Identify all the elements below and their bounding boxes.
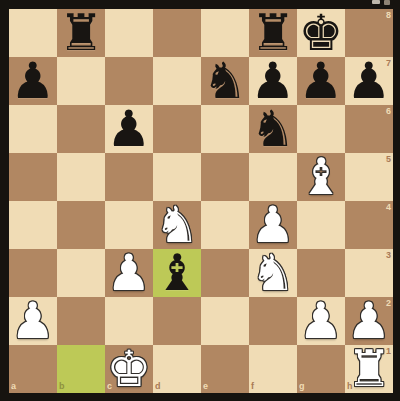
rank-label-8: 8	[386, 11, 391, 20]
square-f5[interactable]	[249, 153, 297, 201]
square-g1[interactable]: g	[297, 345, 345, 393]
square-d7[interactable]	[153, 57, 201, 105]
piece-black-knight[interactable]: ♞	[249, 105, 297, 153]
square-f3[interactable]: ♞	[249, 249, 297, 297]
square-h7[interactable]: ♟7	[345, 57, 393, 105]
square-a5[interactable]	[9, 153, 57, 201]
square-c2[interactable]	[105, 297, 153, 345]
square-h2[interactable]: ♟2	[345, 297, 393, 345]
square-g6[interactable]	[297, 105, 345, 153]
square-a6[interactable]	[9, 105, 57, 153]
square-b1[interactable]: b	[57, 345, 105, 393]
square-e8[interactable]	[201, 9, 249, 57]
square-g2[interactable]: ♟	[297, 297, 345, 345]
piece-black-bishop[interactable]: ♝	[153, 249, 201, 297]
square-d3[interactable]: ♝	[153, 249, 201, 297]
square-c7[interactable]	[105, 57, 153, 105]
file-label-a: a	[11, 382, 16, 391]
square-e6[interactable]	[201, 105, 249, 153]
square-d5[interactable]	[153, 153, 201, 201]
square-a8[interactable]	[9, 9, 57, 57]
square-c5[interactable]	[105, 153, 153, 201]
square-a1[interactable]: a	[9, 345, 57, 393]
square-e4[interactable]	[201, 201, 249, 249]
square-f4[interactable]: ♟	[249, 201, 297, 249]
piece-white-pawn[interactable]: ♟	[9, 297, 57, 345]
rank-label-4: 4	[386, 203, 391, 212]
square-d2[interactable]	[153, 297, 201, 345]
file-label-g: g	[299, 382, 305, 391]
piece-black-pawn[interactable]: ♟	[9, 57, 57, 105]
ui-fragment-icon	[384, 0, 390, 5]
square-b7[interactable]	[57, 57, 105, 105]
square-c3[interactable]: ♟	[105, 249, 153, 297]
square-f8[interactable]: ♜	[249, 9, 297, 57]
square-b5[interactable]	[57, 153, 105, 201]
piece-black-knight[interactable]: ♞	[201, 57, 249, 105]
square-d1[interactable]: d	[153, 345, 201, 393]
square-b2[interactable]	[57, 297, 105, 345]
square-f1[interactable]: f	[249, 345, 297, 393]
square-e2[interactable]	[201, 297, 249, 345]
piece-white-king[interactable]: ♚	[105, 345, 153, 393]
rank-label-6: 6	[386, 107, 391, 116]
chess-board-window: ♜♜♚8♟♞♟♟♟7♟♞6♝5♞♟4♟♝♞3♟♟♟2ab♚cdefg♜1h	[0, 0, 400, 401]
piece-white-pawn[interactable]: ♟	[105, 249, 153, 297]
square-b6[interactable]	[57, 105, 105, 153]
window-edge-artifact	[370, 0, 396, 6]
square-a7[interactable]: ♟	[9, 57, 57, 105]
piece-black-rook[interactable]: ♜	[249, 9, 297, 57]
file-label-f: f	[251, 382, 254, 391]
square-h4[interactable]: 4	[345, 201, 393, 249]
piece-black-rook[interactable]: ♜	[57, 9, 105, 57]
piece-white-pawn[interactable]: ♟	[345, 297, 393, 345]
piece-white-pawn[interactable]: ♟	[297, 297, 345, 345]
piece-black-pawn[interactable]: ♟	[297, 57, 345, 105]
square-d4[interactable]: ♞	[153, 201, 201, 249]
file-label-b: b	[59, 382, 65, 391]
square-b3[interactable]	[57, 249, 105, 297]
piece-white-knight[interactable]: ♞	[153, 201, 201, 249]
square-c8[interactable]	[105, 9, 153, 57]
square-g4[interactable]	[297, 201, 345, 249]
piece-white-rook[interactable]: ♜	[345, 345, 393, 393]
square-h1[interactable]: ♜1h	[345, 345, 393, 393]
square-g8[interactable]: ♚	[297, 9, 345, 57]
square-b4[interactable]	[57, 201, 105, 249]
piece-black-pawn[interactable]: ♟	[345, 57, 393, 105]
square-f6[interactable]: ♞	[249, 105, 297, 153]
square-a2[interactable]: ♟	[9, 297, 57, 345]
piece-white-bishop[interactable]: ♝	[297, 153, 345, 201]
square-c1[interactable]: ♚c	[105, 345, 153, 393]
file-label-d: d	[155, 382, 161, 391]
square-e1[interactable]: e	[201, 345, 249, 393]
square-g7[interactable]: ♟	[297, 57, 345, 105]
square-h8[interactable]: 8	[345, 9, 393, 57]
file-label-e: e	[203, 382, 208, 391]
square-d8[interactable]	[153, 9, 201, 57]
square-f2[interactable]	[249, 297, 297, 345]
rank-label-5: 5	[386, 155, 391, 164]
ui-fragment-icon	[372, 0, 380, 4]
chess-board: ♜♜♚8♟♞♟♟♟7♟♞6♝5♞♟4♟♝♞3♟♟♟2ab♚cdefg♜1h	[9, 9, 393, 393]
square-a4[interactable]	[9, 201, 57, 249]
rank-label-3: 3	[386, 251, 391, 260]
piece-black-pawn[interactable]: ♟	[105, 105, 153, 153]
square-h3[interactable]: 3	[345, 249, 393, 297]
piece-white-pawn[interactable]: ♟	[249, 201, 297, 249]
piece-black-king[interactable]: ♚	[297, 9, 345, 57]
square-d6[interactable]	[153, 105, 201, 153]
square-h6[interactable]: 6	[345, 105, 393, 153]
piece-white-knight[interactable]: ♞	[249, 249, 297, 297]
square-f7[interactable]: ♟	[249, 57, 297, 105]
square-g5[interactable]: ♝	[297, 153, 345, 201]
square-b8[interactable]: ♜	[57, 9, 105, 57]
square-e3[interactable]	[201, 249, 249, 297]
square-c4[interactable]	[105, 201, 153, 249]
square-e5[interactable]	[201, 153, 249, 201]
square-h5[interactable]: 5	[345, 153, 393, 201]
square-e7[interactable]: ♞	[201, 57, 249, 105]
square-a3[interactable]	[9, 249, 57, 297]
square-c6[interactable]: ♟	[105, 105, 153, 153]
square-g3[interactable]	[297, 249, 345, 297]
piece-black-pawn[interactable]: ♟	[249, 57, 297, 105]
